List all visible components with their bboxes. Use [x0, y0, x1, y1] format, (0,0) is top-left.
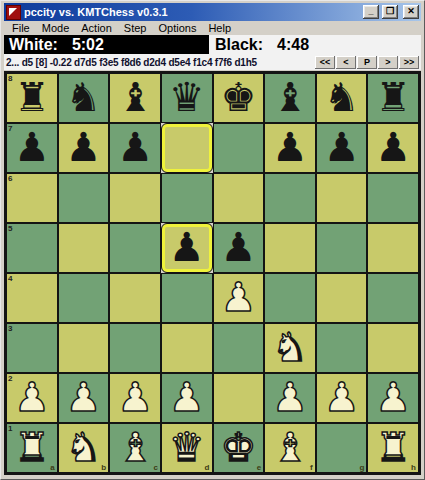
square-a4[interactable]: 4 [6, 273, 58, 323]
white-king[interactable]: ♚ [220, 427, 256, 467]
square-e7[interactable] [213, 123, 265, 173]
rank-label: 1 [8, 424, 12, 433]
file-label: c [153, 463, 157, 472]
black-rook[interactable]: ♜ [375, 77, 411, 117]
square-f6[interactable] [264, 173, 316, 223]
black-clock-time: 4:48 [277, 36, 309, 54]
white-knight[interactable]: ♞ [272, 327, 308, 367]
square-c3[interactable] [109, 323, 161, 373]
square-b4[interactable] [58, 273, 110, 323]
square-c1[interactable]: c♝ [109, 423, 161, 473]
square-h1[interactable]: h♜ [367, 423, 419, 473]
square-a2[interactable]: 2♟ [6, 373, 58, 423]
file-label: g [359, 463, 364, 472]
square-f1[interactable]: f♝ [264, 423, 316, 473]
square-h7[interactable]: ♟ [367, 123, 419, 173]
black-knight[interactable]: ♞ [66, 77, 102, 117]
square-g8[interactable]: ♞ [316, 73, 368, 123]
menu-file[interactable]: File [6, 21, 36, 35]
rank-label: 4 [8, 274, 12, 283]
square-e6[interactable] [213, 173, 265, 223]
engine-line-text: 2... d5 [8] -0.22 d7d5 f3e5 f8d6 d2d4 d5… [4, 57, 257, 68]
chess-board: 8♜♞♝♛♚♝♞♜7♟♟♟♟♟♟65♟♟4♟3♞2♟♟♟♟♟♟♟1a♜b♞c♝d… [4, 71, 421, 475]
menu-mode[interactable]: Mode [36, 21, 76, 35]
black-king[interactable]: ♚ [220, 77, 256, 117]
square-g5[interactable] [316, 223, 368, 273]
white-pawn[interactable]: ♟ [66, 377, 102, 417]
square-b8[interactable]: ♞ [58, 73, 110, 123]
nav-prev-button[interactable]: < [336, 56, 356, 69]
white-pawn[interactable]: ♟ [117, 377, 153, 417]
black-pawn[interactable]: ♟ [272, 127, 308, 167]
rank-label: 5 [8, 224, 12, 233]
white-queen[interactable]: ♛ [169, 427, 205, 467]
menu-action[interactable]: Action [75, 21, 118, 35]
black-pawn[interactable]: ♟ [169, 227, 205, 267]
white-clock-time: 5:02 [72, 36, 104, 54]
rank-label: 8 [8, 74, 12, 83]
black-rook[interactable]: ♜ [14, 77, 50, 117]
white-pawn[interactable]: ♟ [169, 377, 205, 417]
white-pawn[interactable]: ♟ [220, 277, 256, 317]
square-h2[interactable]: ♟ [367, 373, 419, 423]
square-d6[interactable] [161, 173, 213, 223]
file-label: a [50, 463, 54, 472]
square-a7[interactable]: 7♟ [6, 123, 58, 173]
square-c8[interactable]: ♝ [109, 73, 161, 123]
square-d4[interactable] [161, 273, 213, 323]
black-knight[interactable]: ♞ [324, 77, 360, 117]
square-h4[interactable] [367, 273, 419, 323]
black-pawn[interactable]: ♟ [220, 227, 256, 267]
square-d3[interactable] [161, 323, 213, 373]
nav-first-button[interactable]: << [315, 56, 335, 69]
square-f3[interactable]: ♞ [264, 323, 316, 373]
square-h5[interactable] [367, 223, 419, 273]
minimize-button[interactable]: _ [363, 5, 379, 19]
close-button[interactable]: ✕ [403, 5, 419, 19]
white-pawn[interactable]: ♟ [272, 377, 308, 417]
white-rook[interactable]: ♜ [375, 427, 411, 467]
square-d2[interactable]: ♟ [161, 373, 213, 423]
rank-label: 7 [8, 124, 12, 133]
white-clock-label: White: [9, 36, 58, 54]
file-label: d [205, 463, 210, 472]
black-pawn[interactable]: ♟ [324, 127, 360, 167]
square-h8[interactable]: ♜ [367, 73, 419, 123]
square-e5[interactable]: ♟ [213, 223, 265, 273]
square-h3[interactable] [367, 323, 419, 373]
black-bishop[interactable]: ♝ [117, 77, 153, 117]
square-c5[interactable] [109, 223, 161, 273]
black-pawn[interactable]: ♟ [117, 127, 153, 167]
black-pawn[interactable]: ♟ [66, 127, 102, 167]
square-f7[interactable]: ♟ [264, 123, 316, 173]
title-bar[interactable]: pccity vs. KMTChess v0.3.1 _ ❒ ✕ [4, 3, 421, 21]
nav-button-group: << < P > >> [315, 56, 421, 69]
square-c2[interactable]: ♟ [109, 373, 161, 423]
maximize-button[interactable]: ❒ [382, 5, 398, 19]
rank-label: 3 [8, 324, 12, 333]
black-bishop[interactable]: ♝ [272, 77, 308, 117]
square-b1[interactable]: b♞ [58, 423, 110, 473]
white-bishop[interactable]: ♝ [117, 427, 153, 467]
square-e8[interactable]: ♚ [213, 73, 265, 123]
square-h6[interactable] [367, 173, 419, 223]
square-d1[interactable]: d♛ [161, 423, 213, 473]
square-f5[interactable] [264, 223, 316, 273]
black-queen[interactable]: ♛ [169, 77, 205, 117]
square-a6[interactable]: 6 [6, 173, 58, 223]
white-knight[interactable]: ♞ [66, 427, 102, 467]
black-clock-label: Black: [215, 36, 263, 54]
file-label: b [101, 463, 106, 472]
square-f8[interactable]: ♝ [264, 73, 316, 123]
square-a8[interactable]: 8♜ [6, 73, 58, 123]
nav-pause-button[interactable]: P [357, 56, 377, 69]
rank-label: 2 [8, 374, 12, 383]
square-g1[interactable]: g [316, 423, 368, 473]
clock-bar: White: 5:02 Black: 4:48 [4, 35, 421, 54]
square-c6[interactable] [109, 173, 161, 223]
white-clock: White: 5:02 [4, 35, 209, 54]
square-c7[interactable]: ♟ [109, 123, 161, 173]
nav-last-button[interactable]: >> [399, 56, 419, 69]
square-g4[interactable] [316, 273, 368, 323]
square-e3[interactable] [213, 323, 265, 373]
square-a3[interactable]: 3 [6, 323, 58, 373]
black-clock: Black: 4:48 [209, 36, 309, 54]
menu-bar: File Mode Action Step Options Help [4, 21, 421, 35]
nav-next-button[interactable]: > [378, 56, 398, 69]
app-icon [6, 5, 21, 20]
square-d5[interactable]: ♟ [161, 223, 213, 273]
white-pawn[interactable]: ♟ [375, 377, 411, 417]
menu-options[interactable]: Options [152, 21, 202, 35]
white-rook[interactable]: ♜ [14, 427, 50, 467]
white-pawn[interactable]: ♟ [324, 377, 360, 417]
square-d7[interactable] [161, 123, 213, 173]
square-d8[interactable]: ♛ [161, 73, 213, 123]
square-g7[interactable]: ♟ [316, 123, 368, 173]
white-pawn[interactable]: ♟ [14, 377, 50, 417]
file-label: e [257, 463, 261, 472]
square-a1[interactable]: 1a♜ [6, 423, 58, 473]
file-label: f [310, 463, 313, 472]
square-a5[interactable]: 5 [6, 223, 58, 273]
menu-step[interactable]: Step [118, 21, 153, 35]
square-g6[interactable] [316, 173, 368, 223]
square-b7[interactable]: ♟ [58, 123, 110, 173]
square-g3[interactable] [316, 323, 368, 373]
black-pawn[interactable]: ♟ [14, 127, 50, 167]
black-pawn[interactable]: ♟ [375, 127, 411, 167]
file-label: h [411, 463, 416, 472]
square-b2[interactable]: ♟ [58, 373, 110, 423]
square-b3[interactable] [58, 323, 110, 373]
square-c4[interactable] [109, 273, 161, 323]
window-title: pccity vs. KMTChess v0.3.1 [24, 6, 360, 18]
rank-label: 6 [8, 174, 12, 183]
app-window: pccity vs. KMTChess v0.3.1 _ ❒ ✕ File Mo… [0, 0, 425, 480]
square-f4[interactable] [264, 273, 316, 323]
square-e4[interactable]: ♟ [213, 273, 265, 323]
move-bar: 2... d5 [8] -0.22 d7d5 f3e5 f8d6 d2d4 d5… [4, 54, 421, 70]
square-b6[interactable] [58, 173, 110, 223]
square-f2[interactable]: ♟ [264, 373, 316, 423]
square-e2[interactable] [213, 373, 265, 423]
square-e1[interactable]: e♚ [213, 423, 265, 473]
white-bishop[interactable]: ♝ [272, 427, 308, 467]
menu-help[interactable]: Help [202, 21, 237, 35]
square-b5[interactable] [58, 223, 110, 273]
square-g2[interactable]: ♟ [316, 373, 368, 423]
